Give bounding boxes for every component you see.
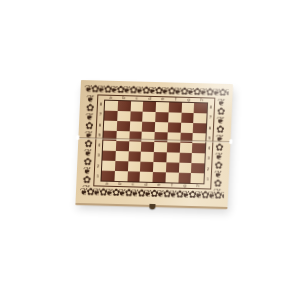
square-c8 xyxy=(130,101,143,111)
file-label: d xyxy=(139,183,152,187)
file-label: e xyxy=(152,183,165,187)
square-b6 xyxy=(117,121,130,131)
square-h1 xyxy=(191,173,204,183)
square-a3 xyxy=(102,151,115,161)
square-h6 xyxy=(193,123,206,133)
square-e7 xyxy=(155,112,168,122)
square-b7 xyxy=(117,111,130,121)
file-label: a xyxy=(100,182,113,186)
rank-label: 4 xyxy=(206,143,212,153)
square-g8 xyxy=(181,103,194,113)
square-e4 xyxy=(154,142,167,152)
file-label: b xyxy=(113,182,126,186)
square-e8 xyxy=(156,102,169,112)
square-a6 xyxy=(104,121,117,131)
square-f3 xyxy=(166,152,179,162)
square-b8 xyxy=(117,101,130,111)
square-d4 xyxy=(141,142,154,152)
square-a8 xyxy=(105,101,118,111)
rank-label: 6 xyxy=(207,123,213,133)
square-d3 xyxy=(141,152,154,162)
square-d1 xyxy=(140,172,153,182)
product-photo: ❦✿❦✿❦✿❦✿❦✿❦✿❦✿❦✿❦✿❦✿❦✿❦✿❦✿❦✿❦✿❦✿ ❦✿❦✿❦✿❦… xyxy=(0,0,300,300)
square-b3 xyxy=(115,151,128,161)
square-e1 xyxy=(153,172,166,182)
square-f1 xyxy=(165,172,178,182)
square-g2 xyxy=(178,163,191,173)
square-f6 xyxy=(168,122,181,132)
square-e3 xyxy=(153,152,166,162)
square-a1 xyxy=(102,171,115,181)
square-d7 xyxy=(142,112,155,122)
file-label: g xyxy=(178,184,191,188)
square-g6 xyxy=(180,123,193,133)
fold-notch-right xyxy=(229,139,232,144)
clasp-latch xyxy=(149,204,155,209)
rank-label: 2 xyxy=(205,164,211,174)
rank-label: 8 xyxy=(208,102,214,112)
square-e2 xyxy=(153,162,166,172)
square-e6 xyxy=(155,122,168,132)
square-f4 xyxy=(167,142,180,152)
square-c4 xyxy=(128,141,141,151)
square-c7 xyxy=(130,111,143,121)
square-f2 xyxy=(166,162,179,172)
square-g4 xyxy=(179,143,192,153)
square-h7 xyxy=(193,113,206,123)
square-h2 xyxy=(191,163,204,173)
square-c2 xyxy=(127,161,140,171)
rank-label: 7 xyxy=(207,113,213,123)
square-f7 xyxy=(168,112,181,122)
square-g7 xyxy=(181,113,194,123)
file-label: c xyxy=(126,182,139,186)
square-c6 xyxy=(129,121,142,131)
square-h3 xyxy=(192,153,205,163)
square-f8 xyxy=(168,102,181,112)
fold-notch-left xyxy=(76,135,79,140)
square-d6 xyxy=(142,122,155,132)
square-d8 xyxy=(143,102,156,112)
square-a4 xyxy=(103,141,116,151)
square-h4 xyxy=(192,143,205,153)
square-b4 xyxy=(116,141,129,151)
square-a2 xyxy=(102,161,115,171)
square-c1 xyxy=(127,171,140,181)
square-g1 xyxy=(178,173,191,183)
square-h8 xyxy=(194,103,207,113)
file-label: f xyxy=(165,183,178,187)
file-label: h xyxy=(191,184,204,188)
rank-label: 1 xyxy=(204,174,210,184)
square-b1 xyxy=(114,171,127,181)
square-g3 xyxy=(179,153,192,163)
square-b2 xyxy=(115,161,128,171)
square-c3 xyxy=(128,151,141,161)
square-a7 xyxy=(104,111,117,121)
square-d2 xyxy=(140,162,153,172)
rank-label: 3 xyxy=(205,154,211,164)
chessboard: ❦✿❦✿❦✿❦✿❦✿❦✿❦✿❦✿❦✿❦✿❦✿❦✿❦✿❦✿❦✿❦✿ ❦✿❦✿❦✿❦… xyxy=(75,80,233,207)
